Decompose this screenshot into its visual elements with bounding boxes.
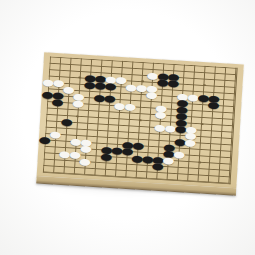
black-stone: ●	[104, 81, 117, 90]
hoshi-point	[200, 123, 203, 125]
hoshi-point	[198, 161, 201, 163]
hoshi-point	[76, 115, 79, 117]
hoshi-point	[203, 84, 206, 86]
white-stone: ●	[80, 144, 93, 153]
white-stone: ●	[72, 98, 85, 107]
black-stone: ●	[151, 161, 164, 170]
white-stone: ●	[49, 129, 62, 138]
board-grid[interactable]: ●●●●●●●●●●●●●●●●●●●●●●●●●●●●●●●●●●●●●●●●…	[43, 56, 238, 184]
go-board[interactable]: ●●●●●●●●●●●●●●●●●●●●●●●●●●●●●●●●●●●●●●●●…	[37, 52, 244, 188]
white-stone: ●	[79, 157, 92, 166]
white-stone: ●	[184, 138, 197, 147]
black-stone: ●	[51, 97, 64, 106]
photo-backdrop: ●●●●●●●●●●●●●●●●●●●●●●●●●●●●●●●●●●●●●●●●…	[0, 0, 255, 255]
hoshi-point	[138, 119, 141, 121]
white-stone: ●	[155, 110, 168, 119]
black-stone: ●	[132, 141, 145, 150]
board-perspective-wrapper: ●●●●●●●●●●●●●●●●●●●●●●●●●●●●●●●●●●●●●●●●…	[36, 52, 244, 195]
white-stone: ●	[124, 102, 137, 111]
black-stone: ●	[100, 152, 113, 161]
white-stone: ●	[162, 156, 175, 165]
black-stone: ●	[207, 100, 220, 109]
white-stone: ●	[173, 150, 186, 159]
black-stone: ●	[38, 135, 51, 144]
black-stone: ●	[60, 117, 73, 126]
black-stone: ●	[167, 78, 180, 87]
hoshi-point	[78, 77, 81, 79]
white-stone: ●	[145, 90, 158, 99]
